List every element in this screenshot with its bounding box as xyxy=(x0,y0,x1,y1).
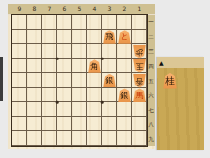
file-label-7: 7 xyxy=(42,4,57,14)
cell-4-9[interactable] xyxy=(87,131,102,146)
shogi-screenshot: 987654321 一二三四五六七八九 ▲ 桂 飛と歩玉角銀香銀馬 xyxy=(0,0,210,158)
cell-7-4[interactable] xyxy=(42,59,57,74)
cell-1-7[interactable] xyxy=(132,102,147,117)
cell-4-6[interactable] xyxy=(87,88,102,103)
cell-9-8[interactable] xyxy=(12,117,27,132)
cell-8-5[interactable] xyxy=(27,73,42,88)
rank-label-2: 二 xyxy=(147,34,155,41)
cell-6-2[interactable] xyxy=(57,30,72,45)
cell-6-3[interactable] xyxy=(57,44,72,59)
cell-6-1[interactable] xyxy=(57,15,72,30)
cell-8-4[interactable] xyxy=(27,59,42,74)
cell-8-6[interactable] xyxy=(27,88,42,103)
file-label-9: 9 xyxy=(12,4,27,14)
cell-8-3[interactable] xyxy=(27,44,42,59)
left-edge-tray-sliver xyxy=(0,57,3,101)
cell-5-2[interactable] xyxy=(72,30,87,45)
cell-8-2[interactable] xyxy=(27,30,42,45)
rank-label-7: 七 xyxy=(147,107,155,114)
cell-3-4[interactable] xyxy=(102,59,117,74)
cell-7-2[interactable] xyxy=(42,30,57,45)
cell-7-7[interactable] xyxy=(42,102,57,117)
cell-8-9[interactable] xyxy=(27,131,42,146)
cell-7-9[interactable] xyxy=(42,131,57,146)
cell-9-6[interactable] xyxy=(12,88,27,103)
cell-4-8[interactable] xyxy=(87,117,102,132)
cell-5-3[interactable] xyxy=(72,44,87,59)
cell-4-3[interactable] xyxy=(87,44,102,59)
cell-8-1[interactable] xyxy=(27,15,42,30)
cell-7-6[interactable] xyxy=(42,88,57,103)
cell-2-8[interactable] xyxy=(117,117,132,132)
hand-piece-桂[interactable]: 桂 xyxy=(163,73,177,89)
rank-label-3: 三 xyxy=(147,48,155,55)
cell-2-1[interactable] xyxy=(117,15,132,30)
komadai-sente: ▲ 桂 xyxy=(157,57,204,150)
cell-8-7[interactable] xyxy=(27,102,42,117)
cell-6-4[interactable] xyxy=(57,59,72,74)
cell-4-1[interactable] xyxy=(87,15,102,30)
rank-label-8: 八 xyxy=(147,121,155,128)
cell-5-9[interactable] xyxy=(72,131,87,146)
cell-2-9[interactable] xyxy=(117,131,132,146)
file-label-1: 1 xyxy=(132,4,147,14)
cell-3-3[interactable] xyxy=(102,44,117,59)
file-label-4: 4 xyxy=(87,4,102,14)
file-label-8: 8 xyxy=(27,4,42,14)
rank-label-1: 一 xyxy=(147,19,155,26)
cell-2-5[interactable] xyxy=(117,73,132,88)
hoshi-dot xyxy=(56,101,59,104)
side-to-move-marker: ▲ xyxy=(157,57,204,68)
hoshi-dot xyxy=(101,57,104,60)
hoshi-dot xyxy=(101,101,104,104)
cell-5-1[interactable] xyxy=(72,15,87,30)
cell-5-6[interactable] xyxy=(72,88,87,103)
cell-5-7[interactable] xyxy=(72,102,87,117)
cell-9-1[interactable] xyxy=(12,15,27,30)
cell-6-6[interactable] xyxy=(57,88,72,103)
cell-1-1[interactable] xyxy=(132,15,147,30)
cell-8-8[interactable] xyxy=(27,117,42,132)
cell-7-5[interactable] xyxy=(42,73,57,88)
cell-9-2[interactable] xyxy=(12,30,27,45)
file-label-5: 5 xyxy=(72,4,87,14)
cell-1-2[interactable] xyxy=(132,30,147,45)
cell-5-5[interactable] xyxy=(72,73,87,88)
cell-6-8[interactable] xyxy=(57,117,72,132)
cell-7-8[interactable] xyxy=(42,117,57,132)
cell-9-9[interactable] xyxy=(12,131,27,146)
cell-7-3[interactable] xyxy=(42,44,57,59)
cell-5-4[interactable] xyxy=(72,59,87,74)
cell-1-8[interactable] xyxy=(132,117,147,132)
hoshi-dot xyxy=(56,57,59,60)
cell-9-4[interactable] xyxy=(12,59,27,74)
cell-2-4[interactable] xyxy=(117,59,132,74)
cell-3-1[interactable] xyxy=(102,15,117,30)
sente-triangle-icon: ▲ xyxy=(159,59,164,66)
cell-4-5[interactable] xyxy=(87,73,102,88)
cell-3-9[interactable] xyxy=(102,131,117,146)
cell-2-3[interactable] xyxy=(117,44,132,59)
file-label-2: 2 xyxy=(117,4,132,14)
cell-9-5[interactable] xyxy=(12,73,27,88)
cell-3-6[interactable] xyxy=(102,88,117,103)
cell-2-7[interactable] xyxy=(117,102,132,117)
cell-4-2[interactable] xyxy=(87,30,102,45)
cell-9-7[interactable] xyxy=(12,102,27,117)
rank-label-9: 九 xyxy=(147,136,155,143)
cell-3-7[interactable] xyxy=(102,102,117,117)
rank-label-6: 六 xyxy=(147,92,155,99)
cell-4-7[interactable] xyxy=(87,102,102,117)
cell-9-3[interactable] xyxy=(12,44,27,59)
file-label-6: 6 xyxy=(57,4,72,14)
cell-5-8[interactable] xyxy=(72,117,87,132)
cell-6-5[interactable] xyxy=(57,73,72,88)
cell-7-1[interactable] xyxy=(42,15,57,30)
cell-3-8[interactable] xyxy=(102,117,117,132)
rank-label-4: 四 xyxy=(147,63,155,70)
rank-label-strip: 一二三四五六七八九 xyxy=(147,15,155,146)
cell-1-9[interactable] xyxy=(132,131,147,146)
cell-6-7[interactable] xyxy=(57,102,72,117)
rank-label-5: 五 xyxy=(147,78,155,85)
file-label-3: 3 xyxy=(102,4,117,14)
cell-6-9[interactable] xyxy=(57,131,72,146)
